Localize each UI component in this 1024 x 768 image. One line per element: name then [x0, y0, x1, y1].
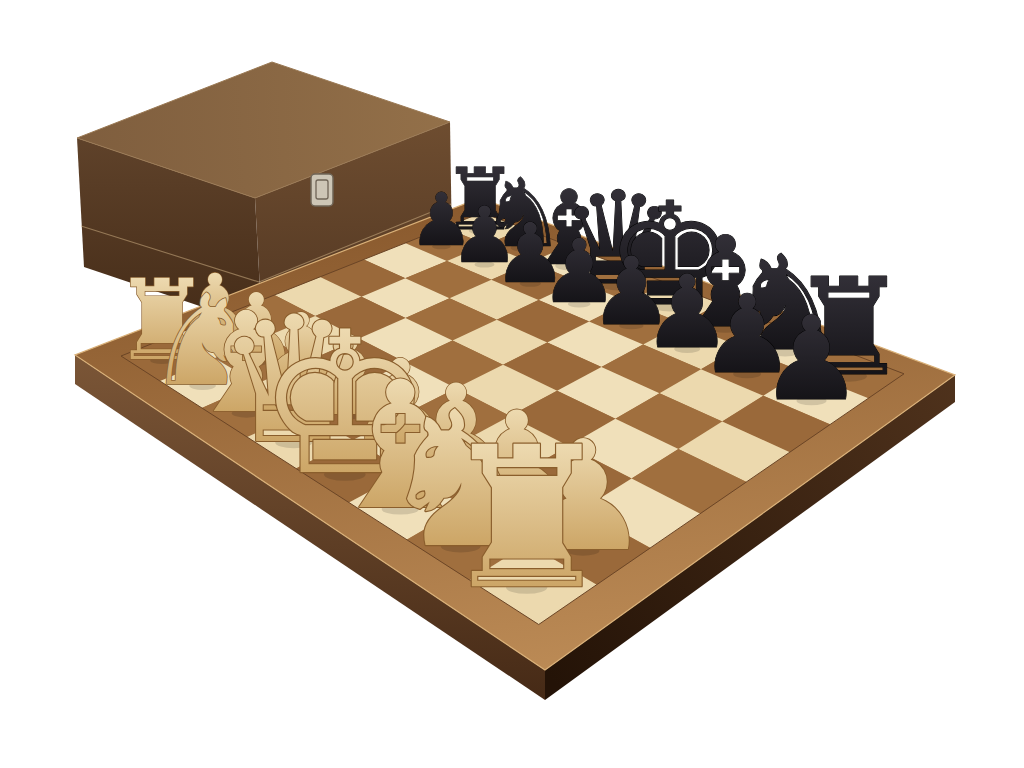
scene: ♜♞♝♛♚♝♞♜♟♟♟♟♟♟♟♟♟♟♟♟♟♟♟♟♜♞♝♛♚♝♞♜ [0, 0, 1024, 768]
piece-white-rook[interactable]: ♜ [439, 405, 614, 632]
piece-black-pawn[interactable]: ♟ [759, 291, 863, 426]
chess-set-photo: ♜♞♝♛♚♝♞♜♟♟♟♟♟♟♟♟♟♟♟♟♟♟♟♟♜♞♝♛♚♝♞♜ [0, 0, 1024, 768]
box-latch-icon [311, 174, 333, 206]
